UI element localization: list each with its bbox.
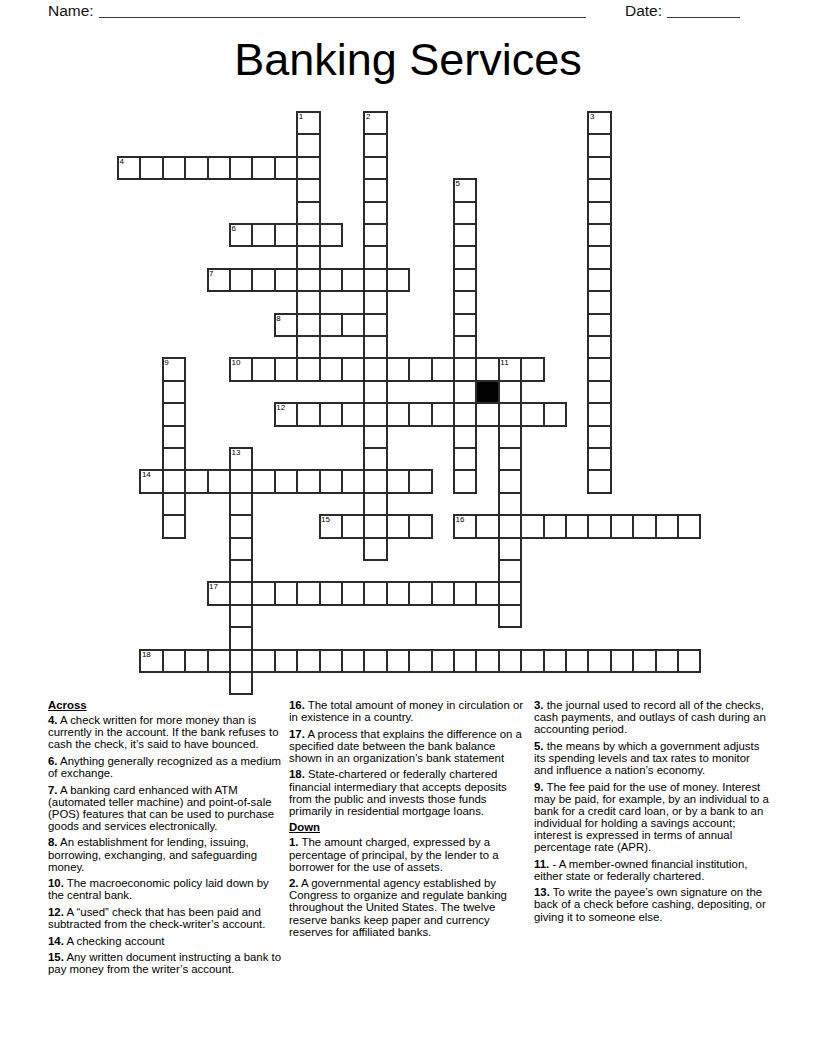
- clue-num-label: 9.: [534, 781, 544, 793]
- grid-cell: [655, 514, 679, 538]
- grid-cell: [632, 649, 656, 673]
- grid-cell: [498, 492, 522, 516]
- grid-cell: [251, 581, 275, 605]
- grid-cell: [363, 201, 387, 225]
- date-writein-line: [667, 1, 740, 18]
- grid-cell: [565, 649, 589, 673]
- clue-number-4: 4: [120, 158, 124, 166]
- grid-cell: [251, 469, 275, 493]
- grid-cell: [408, 581, 432, 605]
- grid-cell: [475, 649, 499, 673]
- grid-cell: [229, 268, 253, 292]
- grid-cell: [229, 559, 253, 583]
- grid-cell: [520, 357, 544, 381]
- worksheet-page: { "header": { "name_label": "Name:", "da…: [0, 0, 816, 1056]
- clue-num-label: 1.: [289, 836, 299, 848]
- grid-cell: [319, 223, 343, 247]
- name-label: Name:: [48, 2, 94, 20]
- grid-cell: [139, 156, 163, 180]
- grid-cell: [296, 201, 320, 225]
- clue-number-10: 10: [232, 359, 241, 367]
- grid-cell: [632, 514, 656, 538]
- grid-cell: [229, 626, 253, 650]
- clue-num-label: 14.: [48, 935, 64, 947]
- clue-across-10: 10. The macroeconomic policy laid down b…: [48, 877, 283, 901]
- grid-cell: [341, 514, 365, 538]
- clue-number-2: 2: [366, 113, 370, 121]
- grid-cell: [498, 649, 522, 673]
- grid-cell: [162, 649, 186, 673]
- clue-num-label: 10.: [48, 877, 64, 889]
- clue-number-18: 18: [142, 651, 151, 659]
- grid-cell: [386, 357, 410, 381]
- grid-cell: [543, 402, 567, 426]
- grid-cell: [251, 268, 275, 292]
- grid-cell: [587, 156, 611, 180]
- grid-cell: [162, 447, 186, 471]
- clue-number-13: 13: [232, 449, 241, 457]
- grid-cell: [453, 357, 477, 381]
- grid-cell: [587, 201, 611, 225]
- grid-cell: [677, 649, 701, 673]
- grid-cell: [319, 402, 343, 426]
- clue-across-14: 14. A checking account: [48, 935, 283, 947]
- grid-cell: [319, 469, 343, 493]
- grid-cell: [408, 357, 432, 381]
- grid-cell: [296, 581, 320, 605]
- grid-cell: [319, 313, 343, 337]
- grid-cell: [229, 671, 253, 695]
- grid-cell: [251, 223, 275, 247]
- grid-cell: [453, 469, 477, 493]
- clue-num-label: 16.: [289, 699, 305, 711]
- clue-num-label: 3.: [534, 699, 544, 711]
- grid-cell: [363, 514, 387, 538]
- grid-cell: [363, 290, 387, 314]
- grid-cell: [587, 133, 611, 157]
- grid-cell: [431, 581, 455, 605]
- grid-cell: [341, 469, 365, 493]
- grid-cell: [341, 268, 365, 292]
- clue-num-label: 15.: [48, 951, 64, 963]
- grid-cell: [363, 357, 387, 381]
- clue-number-8: 8: [276, 315, 280, 323]
- grid-cell: [229, 469, 253, 493]
- grid-cell: [296, 357, 320, 381]
- grid-cell: [251, 156, 275, 180]
- crossword-grid: 123456789101112131415161718: [117, 111, 702, 696]
- clue-number-5: 5: [456, 180, 460, 188]
- grid-cell: [386, 581, 410, 605]
- grid-cell: [296, 156, 320, 180]
- grid-cell: [296, 178, 320, 202]
- grid-cell: [274, 581, 298, 605]
- clue-across-16: 16. The total amount of money in circula…: [289, 699, 524, 723]
- grid-cell: [498, 581, 522, 605]
- grid-cell: [229, 514, 253, 538]
- grid-cell: [274, 649, 298, 673]
- grid-cell: [363, 425, 387, 449]
- grid-cell: [498, 537, 522, 561]
- puzzle-title: Banking Services: [0, 34, 816, 86]
- grid-cell: [184, 469, 208, 493]
- grid-cell: [251, 357, 275, 381]
- grid-cell: [296, 402, 320, 426]
- grid-cell: [162, 156, 186, 180]
- grid-cell: [498, 402, 522, 426]
- grid-cell: [453, 290, 477, 314]
- clue-across-4: 4. A check written for more money than i…: [48, 714, 283, 750]
- clue-num-label: 13.: [534, 886, 550, 898]
- clue-down-13: 13. To write the payee’s own signature o…: [534, 886, 769, 922]
- clue-across-18: 18. State-chartered or federally charter…: [289, 768, 524, 816]
- clue-down-2: 2. A governmental agency established by …: [289, 877, 524, 937]
- grid-cell: [162, 492, 186, 516]
- grid-cell: [453, 313, 477, 337]
- grid-cell: [543, 514, 567, 538]
- grid-cell: [520, 514, 544, 538]
- clue-number-16: 16: [456, 516, 465, 524]
- clue-number-12: 12: [276, 404, 285, 412]
- grid-cell: [162, 514, 186, 538]
- grid-cell: [587, 425, 611, 449]
- grid-cell: [453, 649, 477, 673]
- grid-cell: [587, 178, 611, 202]
- clue-number-3: 3: [590, 113, 594, 121]
- grid-cell: [296, 290, 320, 314]
- grid-cell: [162, 402, 186, 426]
- grid-cell: [453, 245, 477, 269]
- clue-across-8: 8. An establishment for lending, issuing…: [48, 836, 283, 872]
- grid-cell: [431, 402, 455, 426]
- grid-cell: [207, 469, 231, 493]
- grid-cell: [610, 514, 634, 538]
- clue-across-15: 15. Any written document instructing a b…: [48, 951, 283, 975]
- grid-cell: [207, 156, 231, 180]
- clue-number-1: 1: [299, 113, 303, 121]
- grid-cell: [162, 469, 186, 493]
- down-header: Down: [289, 821, 524, 833]
- clue-down-5: 5. the means by which a government adjus…: [534, 740, 769, 776]
- grid-cell: [363, 313, 387, 337]
- date-label: Date:: [625, 2, 662, 20]
- grid-cell: [363, 581, 387, 605]
- grid-cell: [363, 380, 387, 404]
- grid-cell: [498, 559, 522, 583]
- clues-column-3: 3. the journal used to record all of the…: [534, 699, 769, 927]
- grid-cell: [587, 290, 611, 314]
- grid-cell: [475, 514, 499, 538]
- grid-cell: [229, 581, 253, 605]
- clue-number-11: 11: [500, 359, 508, 367]
- grid-cell: [363, 402, 387, 426]
- clue-across-6: 6. Anything generally recognized as a me…: [48, 755, 283, 779]
- clue-across-17: 17. A process that explains the differen…: [289, 728, 524, 764]
- grid-cell: [363, 178, 387, 202]
- grid-cell: [363, 245, 387, 269]
- grid-cell: [408, 649, 432, 673]
- grid-cell: [655, 649, 679, 673]
- grid-cell: [229, 156, 253, 180]
- grid-cell: [229, 492, 253, 516]
- grid-cell: [587, 223, 611, 247]
- grid-cell: [587, 357, 611, 381]
- grid-cell: [498, 469, 522, 493]
- grid-cell: [363, 469, 387, 493]
- grid-cell: [587, 469, 611, 493]
- grid-cell: [363, 492, 387, 516]
- grid-cell: [296, 335, 320, 359]
- grid-cell: [475, 402, 499, 426]
- grid-cell: [363, 133, 387, 157]
- grid-cell: [520, 402, 544, 426]
- clue-num-label: 7.: [48, 784, 58, 796]
- grid-cell: [319, 649, 343, 673]
- clue-down-11: 11. - A member-owned financial instituti…: [534, 858, 769, 882]
- grid-cell: [610, 649, 634, 673]
- grid-cell: [251, 649, 275, 673]
- grid-cell: [386, 469, 410, 493]
- grid-cell: [296, 245, 320, 269]
- clue-num-label: 8.: [48, 836, 58, 848]
- clue-num-label: 6.: [48, 755, 58, 767]
- clue-number-6: 6: [232, 225, 236, 233]
- grid-cell: [386, 268, 410, 292]
- clue-num-label: 5.: [534, 740, 544, 752]
- clue-number-7: 7: [209, 270, 213, 278]
- grid-cell: [296, 469, 320, 493]
- clue-num-label: 17.: [289, 728, 305, 740]
- grid-cell: [543, 649, 567, 673]
- grid-cell: [408, 402, 432, 426]
- grid-cell: [475, 581, 499, 605]
- grid-cell: [587, 245, 611, 269]
- grid-cell: [453, 425, 477, 449]
- grid-cell: [453, 380, 477, 404]
- grid-cell: [296, 313, 320, 337]
- grid-cell: [520, 649, 544, 673]
- grid-cell: [341, 313, 365, 337]
- grid-cell: [587, 447, 611, 471]
- grid-cell: [587, 649, 611, 673]
- grid-cell: [296, 649, 320, 673]
- grid-cell: [498, 514, 522, 538]
- name-writein-line: [99, 1, 586, 18]
- grid-cell: [319, 268, 343, 292]
- clue-num-label: 18.: [289, 768, 305, 780]
- clue-num-label: 12.: [48, 906, 64, 918]
- grid-cell: [498, 447, 522, 471]
- grid-cell: [363, 447, 387, 471]
- clue-num-label: 4.: [48, 714, 58, 726]
- grid-cell: [184, 649, 208, 673]
- across-header: Across: [48, 699, 283, 711]
- grid-cell: [453, 268, 477, 292]
- grid-cell: [184, 156, 208, 180]
- grid-cell: [431, 649, 455, 673]
- clue-down-9: 9. The fee paid for the use of money. In…: [534, 781, 769, 854]
- grid-cell: [274, 469, 298, 493]
- grid-cell: [341, 581, 365, 605]
- clue-num-label: 11.: [534, 858, 549, 870]
- grid-cell: [677, 514, 701, 538]
- clue-down-1: 1. The amount charged, expressed by a pe…: [289, 836, 524, 872]
- grid-cell: [498, 380, 522, 404]
- grid-cell: [587, 313, 611, 337]
- grid-cell: [207, 649, 231, 673]
- grid-cell: [587, 402, 611, 426]
- grid-cell: [296, 133, 320, 157]
- clues-column-1: Across4. A check written for more money …: [48, 699, 283, 980]
- grid-cell: [453, 447, 477, 471]
- grid-cell: [498, 604, 522, 628]
- grid-cell: [341, 357, 365, 381]
- grid-cell: [453, 402, 477, 426]
- grid-cell: [431, 357, 455, 381]
- clue-number-17: 17: [209, 583, 218, 591]
- grid-cell: [296, 223, 320, 247]
- grid-cell: [587, 514, 611, 538]
- grid-cell: [587, 380, 611, 404]
- grid-cell: [363, 156, 387, 180]
- grid-cell: [363, 335, 387, 359]
- grid-cell: [363, 649, 387, 673]
- clues-column-2: 16. The total amount of money in circula…: [289, 699, 524, 942]
- grid-cell: [229, 537, 253, 561]
- grid-cell: [408, 514, 432, 538]
- clue-number-15: 15: [321, 516, 330, 524]
- grid-cell: [453, 335, 477, 359]
- grid-cell: [274, 156, 298, 180]
- grid-cell: [453, 581, 477, 605]
- clue-across-12: 12. A “used” check that has been paid an…: [48, 906, 283, 930]
- grid-cell: [341, 649, 365, 673]
- grid-cell: [475, 357, 499, 381]
- grid-cell: [453, 223, 477, 247]
- grid-cell: [363, 537, 387, 561]
- grid-cell: [229, 649, 253, 673]
- grid-cell: [565, 514, 589, 538]
- grid-cell: [453, 201, 477, 225]
- grid-cell: [587, 335, 611, 359]
- grid-cell: [386, 649, 410, 673]
- grid-cell: [319, 357, 343, 381]
- clue-number-14: 14: [142, 471, 151, 479]
- grid-cell: [229, 604, 253, 628]
- clue-across-7: 7. A banking card enhanced with ATM (aut…: [48, 784, 283, 832]
- grid-cell: [408, 469, 432, 493]
- clue-num-label: 2.: [289, 877, 299, 889]
- grid-cell: [363, 223, 387, 247]
- grid-cell: [587, 268, 611, 292]
- grid-cell: [274, 223, 298, 247]
- clue-number-9: 9: [164, 359, 168, 367]
- grid-cell: [386, 402, 410, 426]
- grid-cell: [498, 425, 522, 449]
- grid-cell: [363, 268, 387, 292]
- grid-cell: [341, 402, 365, 426]
- grid-cell: [274, 357, 298, 381]
- grid-cell: [162, 380, 186, 404]
- grid-cell: [386, 514, 410, 538]
- grid-cell-black: [475, 380, 499, 404]
- grid-cell: [319, 581, 343, 605]
- grid-cell: [274, 268, 298, 292]
- grid-cell: [296, 268, 320, 292]
- grid-cell: [162, 425, 186, 449]
- clue-down-3: 3. the journal used to record all of the…: [534, 699, 769, 735]
